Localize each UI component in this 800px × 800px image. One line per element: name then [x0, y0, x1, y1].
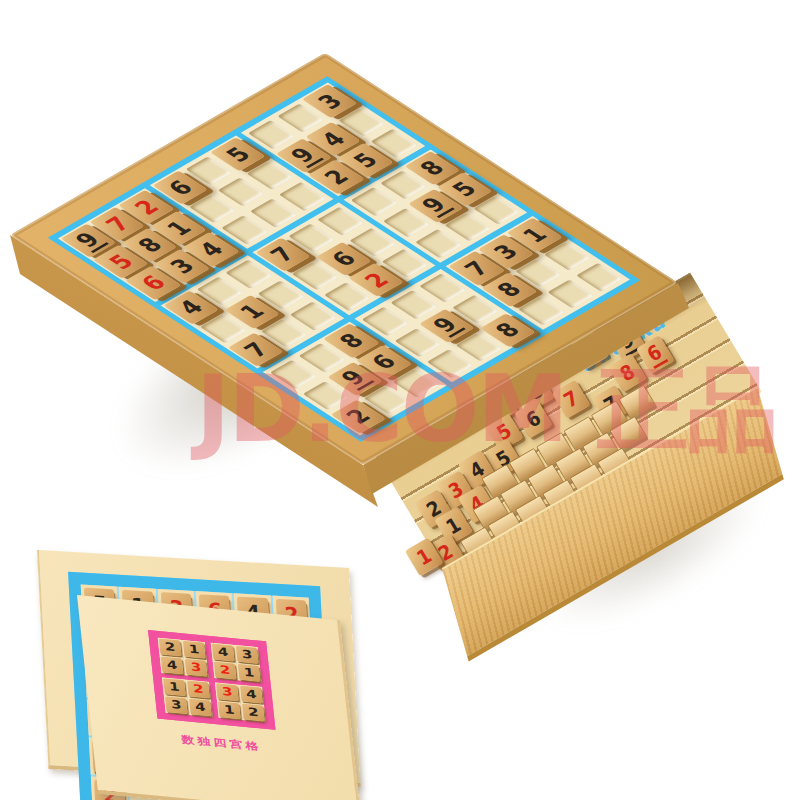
tile-digit: 8: [335, 330, 369, 351]
tile-digit: 7: [266, 244, 300, 265]
empty-cell[interactable]: [518, 296, 565, 325]
empty-cell[interactable]: [444, 213, 491, 242]
four-grid-cell[interactable]: 2: [213, 661, 238, 680]
empty-cell[interactable]: [391, 290, 438, 319]
four-grid-cell[interactable]: 1: [162, 677, 187, 696]
empty-cell[interactable]: [189, 194, 236, 223]
tile-digit: 2: [342, 406, 376, 427]
tile-digit: 2: [320, 167, 354, 188]
tile-digit: 4: [194, 239, 228, 260]
four-grid-box: 3412: [215, 682, 266, 722]
empty-cell[interactable]: [247, 161, 294, 190]
empty-cell[interactable]: [218, 178, 265, 207]
empty-cell[interactable]: [270, 360, 317, 389]
tile-digit: 1: [162, 218, 196, 239]
tile-digit: 6: [642, 341, 668, 369]
empty-cell[interactable]: [416, 229, 463, 258]
four-grid-cell[interactable]: 3: [184, 658, 209, 677]
empty-cell[interactable]: [351, 187, 398, 216]
four-grid-cell[interactable]: 4: [160, 656, 185, 675]
number-tile[interactable]: 2: [187, 681, 209, 698]
tile-digit: 6: [137, 272, 171, 293]
tile-digit: 5: [448, 179, 482, 200]
four-grid-cell[interactable]: 2: [241, 703, 266, 722]
four-grid-cell[interactable]: 4: [211, 643, 236, 662]
four-grid-frame: 2143432112343412: [148, 630, 275, 730]
empty-cell[interactable]: [250, 199, 297, 228]
four-grid-cell[interactable]: 1: [217, 700, 242, 719]
tile-digit: 1: [518, 225, 552, 246]
number-tile[interactable]: 1: [238, 664, 260, 681]
number-tile[interactable]: 2: [214, 662, 236, 679]
four-grid-cell[interactable]: 3: [164, 695, 189, 714]
number-tile[interactable]: 4: [240, 686, 262, 703]
tile-digit: 3: [313, 91, 347, 112]
tile-digit: 9: [69, 228, 108, 253]
tile-digit: 1: [413, 545, 434, 569]
four-grid-cell[interactable]: 4: [188, 698, 213, 717]
tile-digit: 4: [174, 297, 208, 318]
number-tile[interactable]: 1: [218, 702, 240, 719]
four-grid-cell[interactable]: 2: [158, 638, 183, 657]
tile-digit: 9: [416, 194, 455, 219]
tile-digit: 3: [165, 256, 199, 277]
number-tile[interactable]: 2: [242, 704, 264, 721]
tile-digit: 8: [415, 158, 449, 179]
tile-digit: 5: [221, 144, 255, 165]
number-tile[interactable]: 3: [185, 659, 207, 676]
tile-digit: 6: [523, 407, 544, 431]
tile-digit: 5: [104, 251, 138, 272]
tile-digit: 8: [491, 320, 525, 341]
four-grid-box: 1234: [162, 677, 213, 717]
empty-cell[interactable]: [317, 207, 364, 236]
empty-cell[interactable]: [248, 120, 295, 149]
tile-digit: 8: [133, 235, 167, 256]
four-grid-cell[interactable]: 3: [235, 645, 260, 664]
empty-cell[interactable]: [576, 263, 623, 292]
empty-cell[interactable]: [420, 273, 467, 302]
empty-cell[interactable]: [547, 279, 594, 308]
tile-digit: 9: [284, 144, 323, 169]
four-grid-box: 2143: [158, 638, 209, 678]
empty-cell[interactable]: [290, 302, 337, 331]
tile-digit: 7: [239, 339, 273, 360]
tile-digit: 6: [163, 177, 197, 198]
tile-digit: 3: [489, 241, 523, 262]
empty-cell[interactable]: [279, 182, 326, 211]
empty-cell[interactable]: [393, 369, 440, 398]
empty-cell[interactable]: [226, 260, 273, 289]
tile-digit: 7: [460, 258, 494, 279]
number-tile[interactable]: 3: [165, 697, 187, 714]
empty-cell[interactable]: [473, 196, 520, 225]
tile-digit: 9: [335, 366, 374, 391]
four-grid-cell[interactable]: 1: [182, 640, 207, 659]
tile-digit: 7: [101, 213, 135, 234]
empty-cell[interactable]: [362, 307, 409, 336]
four-grid-cell[interactable]: 1: [237, 663, 262, 682]
tile-digit: 5: [349, 150, 383, 171]
tile-digit: 4: [316, 129, 350, 150]
tile-digit: 6: [367, 351, 401, 372]
number-tile[interactable]: 4: [189, 699, 211, 716]
tile-digit: 7: [561, 387, 582, 411]
number-tile[interactable]: 3: [236, 646, 258, 663]
tile-digit: 2: [130, 197, 164, 218]
four-grid-cell[interactable]: 3: [215, 682, 240, 701]
tile-digit: 1: [236, 301, 270, 322]
tile-digit: 9: [427, 313, 466, 338]
four-grid-cell[interactable]: 4: [239, 685, 264, 704]
number-tile[interactable]: 1: [163, 679, 185, 696]
product-photo: Sudoku 389987765654324121 97258163465394…: [0, 0, 800, 800]
empty-cell[interactable]: [427, 349, 474, 378]
four-grid-board: 2143432112343412 数独四宫格: [77, 595, 361, 800]
empty-cell[interactable]: [544, 242, 591, 271]
number-tile[interactable]: 2: [159, 639, 181, 656]
empty-cell[interactable]: [221, 215, 268, 244]
number-tile[interactable]: 1: [183, 641, 205, 658]
four-grid-cell[interactable]: 2: [186, 680, 211, 699]
tile-digit: 8: [617, 361, 638, 385]
number-tile[interactable]: 3: [216, 684, 238, 701]
number-tile[interactable]: 4: [212, 644, 234, 661]
four-grid-box: 4321: [211, 643, 262, 683]
number-tile[interactable]: 4: [161, 657, 183, 674]
tile-digit: 8: [492, 279, 526, 300]
four-grid-caption: 数独四宫格: [181, 733, 262, 754]
tile-digit: 2: [360, 270, 394, 291]
tile-digit: 6: [327, 248, 361, 269]
